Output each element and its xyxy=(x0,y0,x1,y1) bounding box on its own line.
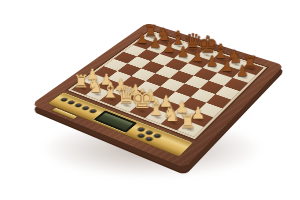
left-button-row xyxy=(60,98,97,114)
panel-button[interactable] xyxy=(154,133,162,138)
right-button-group xyxy=(132,127,161,143)
panel-button[interactable] xyxy=(82,106,90,110)
panel-button[interactable] xyxy=(89,109,97,113)
white-rook[interactable]: ♜ xyxy=(178,112,197,131)
lcd-screen xyxy=(98,113,134,131)
panel-button[interactable] xyxy=(137,133,145,138)
right-button-row xyxy=(137,127,161,138)
panel-button[interactable] xyxy=(145,136,153,141)
square-f5[interactable] xyxy=(185,76,209,89)
square-h6[interactable] xyxy=(224,78,248,91)
panel-button[interactable] xyxy=(67,100,75,104)
black-pawn[interactable]: ♟ xyxy=(234,64,251,79)
panel-button[interactable] xyxy=(75,103,83,107)
panel-button[interactable] xyxy=(145,130,153,135)
product-photo-scene: ♜♞♝♛♚♝♞♜♟♟♟♟♟♟♟♟♟♟♟♟♟♟♟♟♜♞♝♛♚♝♞♜ xyxy=(0,0,300,200)
panel-button[interactable] xyxy=(60,98,68,102)
panel-button[interactable] xyxy=(137,127,145,132)
